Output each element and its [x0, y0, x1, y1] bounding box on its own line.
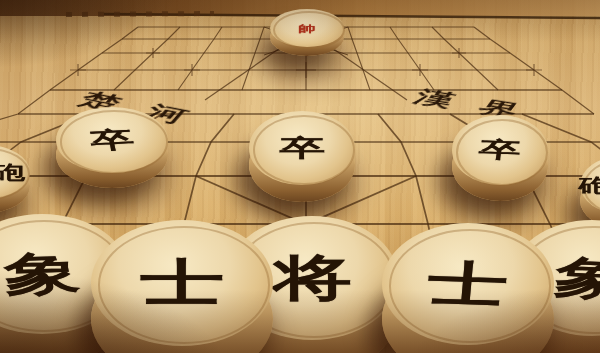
- black-soldier-glyph: 卒: [279, 136, 325, 160]
- black-cannon-glyph: 砲: [0, 163, 26, 182]
- black-elephant-glyph: 象: [2, 250, 82, 298]
- black-advisor-left-piece[interactable]: 士: [91, 220, 273, 346]
- black-elephant-glyph: 象: [553, 254, 600, 301]
- black-soldier-e7-piece[interactable]: 卒: [249, 111, 355, 185]
- red-general-piece[interactable]: 帥: [270, 9, 344, 47]
- piece-top: 卒: [452, 115, 548, 185]
- black-advisor-right-piece[interactable]: 士: [382, 223, 554, 345]
- black-soldier-g7-piece[interactable]: 卒: [452, 115, 548, 185]
- black-cannon-left-piece[interactable]: 砲: [0, 145, 30, 199]
- piece-top: 卒: [56, 107, 168, 173]
- black-cannon-glyph: 砲: [579, 176, 600, 195]
- piece-top: 卒: [249, 111, 355, 185]
- black-cannon-right-piece[interactable]: 砲: [580, 156, 600, 214]
- black-soldier-c7-piece[interactable]: 卒: [56, 107, 168, 173]
- piece-top: 士: [91, 220, 273, 346]
- black-advisor-glyph: 士: [140, 258, 224, 308]
- black-general-glyph: 将: [272, 253, 352, 303]
- piece-top: 帥: [270, 9, 344, 47]
- red-general-glyph: 帥: [299, 23, 316, 32]
- piece-top: 士: [382, 223, 554, 345]
- black-advisor-glyph: 士: [426, 259, 510, 309]
- xiangqi-photo-scene: 楚河 漢界 帥 砲 卒 卒 卒 砲: [0, 0, 600, 353]
- black-soldier-glyph: 卒: [88, 127, 136, 152]
- black-soldier-glyph: 卒: [478, 138, 523, 161]
